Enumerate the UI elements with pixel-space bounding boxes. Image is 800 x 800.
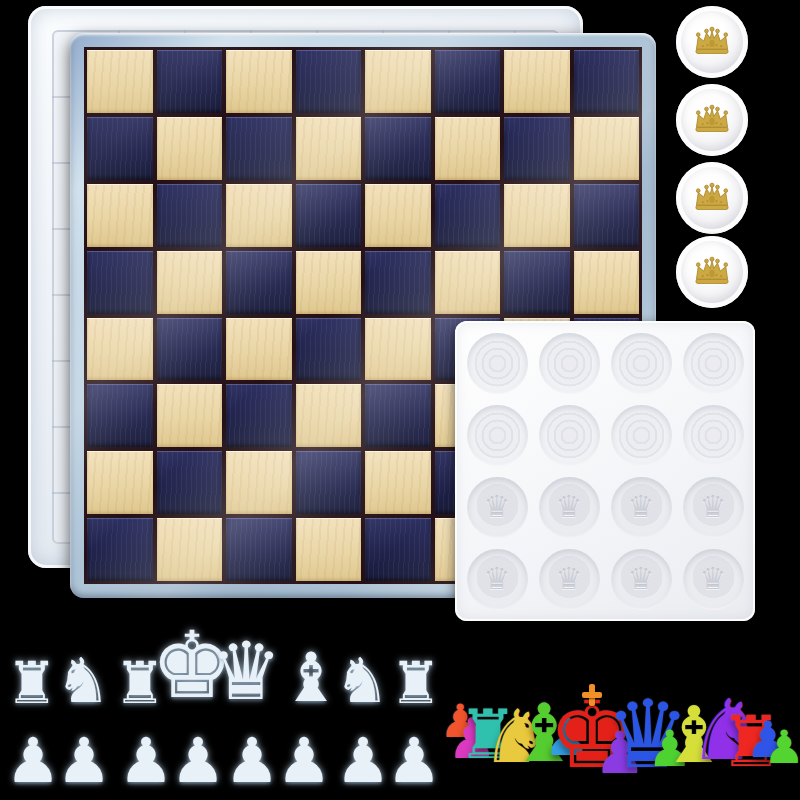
crown-relief-icon: ♛ xyxy=(700,564,727,594)
square-a6 xyxy=(87,184,153,247)
white-pawn-f2: ♟ xyxy=(56,730,112,792)
mold-cavity-r3c4: ♛ xyxy=(683,477,744,538)
square-h7 xyxy=(574,117,640,180)
mold-cavity-r4c4: ♛ xyxy=(683,549,744,610)
square-e7 xyxy=(365,117,431,180)
crown-relief-icon: ♛ xyxy=(484,564,511,594)
square-d5 xyxy=(296,251,362,314)
white-pawn-f4: ♟ xyxy=(170,730,226,792)
mold-cavity-r1c1 xyxy=(467,333,528,394)
crown-relief-icon: ♛ xyxy=(700,492,727,522)
resin-pawn-15: ♟ xyxy=(763,724,800,770)
square-b4 xyxy=(157,318,223,381)
square-f5 xyxy=(435,251,501,314)
square-a7 xyxy=(87,117,153,180)
white-pawn-f3: ♟ xyxy=(118,730,174,792)
square-e2 xyxy=(365,451,431,514)
square-b8 xyxy=(157,50,223,113)
crown-checker-4 xyxy=(676,236,748,308)
mold-cavity-r4c2: ♛ xyxy=(539,549,600,610)
mold-cavity-r3c1: ♛ xyxy=(467,477,528,538)
white-pawn-f5: ♟ xyxy=(224,730,280,792)
square-e8 xyxy=(365,50,431,113)
white-rook-b1: ♜ xyxy=(6,654,58,712)
square-f6 xyxy=(435,184,501,247)
square-b6 xyxy=(157,184,223,247)
mold-cavity-r4c3: ♛ xyxy=(611,549,672,610)
white-bishop-b6: ♝ xyxy=(281,644,342,712)
square-h5 xyxy=(574,251,640,314)
square-c8 xyxy=(226,50,292,113)
mold-cavity-r4c1: ♛ xyxy=(467,549,528,610)
mold-cavity-r2c2 xyxy=(539,405,600,466)
mold-cavity-r2c1 xyxy=(467,405,528,466)
mold-cavity-r3c2: ♛ xyxy=(539,477,600,538)
square-h6 xyxy=(574,184,640,247)
square-e3 xyxy=(365,384,431,447)
mold-cavity-r3c3: ♛ xyxy=(611,477,672,538)
square-f7 xyxy=(435,117,501,180)
square-c7 xyxy=(226,117,292,180)
square-b5 xyxy=(157,251,223,314)
square-d1 xyxy=(296,518,362,581)
product-photo-scene: ♛♛♛♛♛♛♛♛ xyxy=(0,0,800,800)
square-g7 xyxy=(504,117,570,180)
square-a5 xyxy=(87,251,153,314)
square-a1 xyxy=(87,518,153,581)
square-b7 xyxy=(157,117,223,180)
crown-relief-icon: ♛ xyxy=(628,492,655,522)
crown-icon xyxy=(690,182,734,214)
white-queen-b5: ♛ xyxy=(210,632,282,712)
square-c1 xyxy=(226,518,292,581)
square-e1 xyxy=(365,518,431,581)
crown-relief-icon: ♛ xyxy=(628,564,655,594)
square-e4 xyxy=(365,318,431,381)
square-a8 xyxy=(87,50,153,113)
white-pawn-f8: ♟ xyxy=(386,730,442,792)
mold-cavity-r1c3 xyxy=(611,333,672,394)
white-rook-b8: ♜ xyxy=(390,654,442,712)
square-d7 xyxy=(296,117,362,180)
square-c2 xyxy=(226,451,292,514)
crown-icon xyxy=(690,104,734,136)
crown-relief-icon: ♛ xyxy=(556,492,583,522)
square-g8 xyxy=(504,50,570,113)
mold-cavity-r1c2 xyxy=(539,333,600,394)
square-b2 xyxy=(157,451,223,514)
square-a4 xyxy=(87,318,153,381)
square-c6 xyxy=(226,184,292,247)
square-d8 xyxy=(296,50,362,113)
crown-relief-icon: ♛ xyxy=(484,492,511,522)
mold-cavity-r2c3 xyxy=(611,405,672,466)
crown-icon xyxy=(690,256,734,288)
square-f8 xyxy=(435,50,501,113)
square-d6 xyxy=(296,184,362,247)
square-d2 xyxy=(296,451,362,514)
square-g6 xyxy=(504,184,570,247)
square-g5 xyxy=(504,251,570,314)
white-pawn-f7: ♟ xyxy=(335,730,391,792)
square-e6 xyxy=(365,184,431,247)
square-d4 xyxy=(296,318,362,381)
square-h8 xyxy=(574,50,640,113)
crown-checker-2 xyxy=(676,84,748,156)
square-b1 xyxy=(157,518,223,581)
crown-icon xyxy=(690,26,734,58)
king-cross-finial xyxy=(582,684,602,706)
square-a2 xyxy=(87,451,153,514)
checkers-silicone-mold: ♛♛♛♛♛♛♛♛ xyxy=(455,321,755,621)
white-knight-b7: ♞ xyxy=(334,650,390,712)
square-c3 xyxy=(226,384,292,447)
square-c5 xyxy=(226,251,292,314)
white-pawn-f1: ♟ xyxy=(5,730,61,792)
white-knight-b2: ♞ xyxy=(55,650,111,712)
square-e5 xyxy=(365,251,431,314)
square-d3 xyxy=(296,384,362,447)
square-c4 xyxy=(226,318,292,381)
white-pawn-f6: ♟ xyxy=(276,730,332,792)
square-a3 xyxy=(87,384,153,447)
square-b3 xyxy=(157,384,223,447)
crown-relief-icon: ♛ xyxy=(556,564,583,594)
mold-cavity-r2c4 xyxy=(683,405,744,466)
crown-checker-1 xyxy=(676,6,748,78)
crown-checker-3 xyxy=(676,162,748,234)
mold-cavity-r1c4 xyxy=(683,333,744,394)
